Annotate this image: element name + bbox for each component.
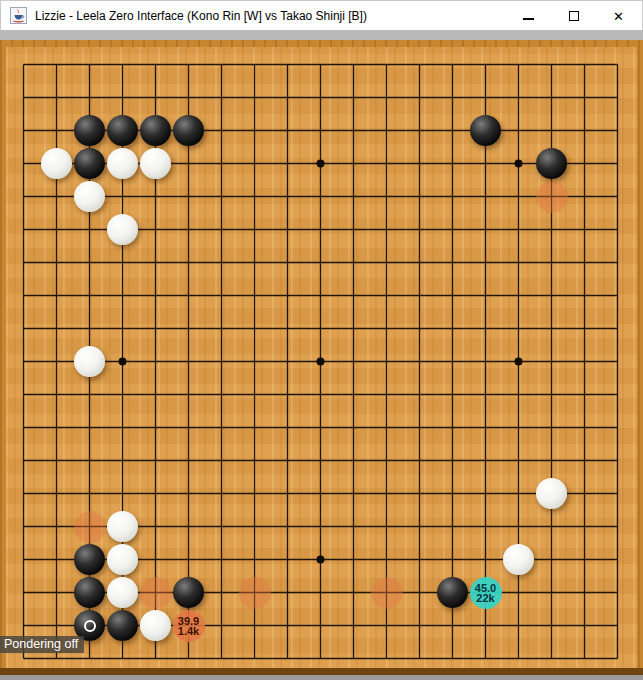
stone-black-D17[interactable] [106,114,139,147]
stone-black-D2[interactable] [106,609,139,642]
white-stone [140,610,171,641]
white-stone [74,181,105,212]
suggestion-R15[interactable] [535,180,568,213]
winrate-value: 45.0 [475,583,496,593]
stone-white-D14[interactable] [106,213,139,246]
black-stone [107,610,138,641]
window-controls: ✕ [506,2,641,30]
stone-white-D5[interactable] [106,510,139,543]
suggestion-F2[interactable]: 39.91.4k [172,609,205,642]
white-stone [74,346,105,377]
white-stone [107,511,138,542]
stone-white-E16[interactable] [139,147,172,180]
maximize-icon [569,11,579,21]
stone-white-D3[interactable] [106,576,139,609]
white-stone [107,577,138,608]
stone-white-E2[interactable] [139,609,172,642]
white-stone [536,478,567,509]
black-stone [74,577,105,608]
maximize-button[interactable] [551,2,596,30]
white-stone [107,214,138,245]
stone-white-C10[interactable] [73,345,106,378]
suggestion-C5[interactable] [73,510,106,543]
visits-value: 22k [476,593,494,603]
stone-white-R6[interactable] [535,477,568,510]
minimize-button[interactable] [506,2,551,30]
board-bottom-shadow [0,668,643,675]
black-stone [74,115,105,146]
stone-black-R16[interactable] [535,147,568,180]
window-title: Lizzie - Leela Zero Interface (Kono Rin … [35,9,367,23]
black-stone [536,148,567,179]
visits-value: 1.4k [178,626,199,636]
winrate-value: 39.9 [178,616,199,626]
black-stone [173,577,204,608]
titlebar: Lizzie - Leela Zero Interface (Kono Rin … [0,0,643,30]
white-stone [140,148,171,179]
faint-move-overlay [536,181,568,213]
white-stone [107,148,138,179]
stone-black-F3[interactable] [172,576,205,609]
java-app-icon [8,6,28,26]
faint-move-overlay [140,577,172,609]
black-stone [107,115,138,146]
last-move-marker [84,620,96,632]
pondering-status: Pondering off [0,636,84,653]
stone-white-D4[interactable] [106,543,139,576]
stone-black-C4[interactable] [73,543,106,576]
white-stone [107,544,138,575]
black-stone [173,115,204,146]
stone-white-Q4[interactable] [502,543,535,576]
candidate-move-overlay: 39.91.4k [173,610,205,642]
best-move-overlay: 45.022k [470,577,502,609]
close-button[interactable]: ✕ [596,2,641,30]
black-stone [140,115,171,146]
suggestion-E3[interactable] [139,576,172,609]
stone-black-E17[interactable] [139,114,172,147]
stone-black-F17[interactable] [172,114,205,147]
stone-black-C16[interactable] [73,147,106,180]
white-stone [503,544,534,575]
app-window: Lizzie - Leela Zero Interface (Kono Rin … [0,0,643,680]
black-stone [74,148,105,179]
suggestion-P3[interactable]: 45.022k [469,576,502,609]
stone-black-P17[interactable] [469,114,502,147]
faint-move-overlay [239,577,271,609]
black-stone [470,115,501,146]
stone-black-C3[interactable] [73,576,106,609]
suggestion-M3[interactable] [370,576,403,609]
faint-move-overlay [74,511,106,543]
stone-white-B16[interactable] [40,147,73,180]
black-stone [74,544,105,575]
window-bottom-strip [0,675,643,680]
stone-black-C17[interactable] [73,114,106,147]
suggestion-H3[interactable] [238,576,271,609]
close-icon: ✕ [613,10,624,23]
board-panel: 45.022k39.91.4k Pondering off [0,30,643,680]
stone-white-C15[interactable] [73,180,106,213]
faint-move-overlay [371,577,403,609]
stone-white-D16[interactable] [106,147,139,180]
minimize-icon [523,18,534,20]
go-board[interactable]: 45.022k39.91.4k [7,48,634,675]
board-grid[interactable]: 45.022k39.91.4k [7,48,634,675]
stone-black-O3[interactable] [436,576,469,609]
white-stone [41,148,72,179]
black-stone [437,577,468,608]
